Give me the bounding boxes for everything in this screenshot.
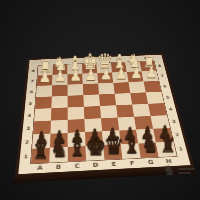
square-f6 (113, 82, 130, 94)
square-d1: ♚ (86, 145, 105, 161)
file-label-text: B (56, 164, 61, 171)
rank-label-text: 6 (29, 90, 33, 94)
rank-label-text: 1 (178, 146, 183, 152)
square-h5 (146, 92, 164, 104)
rank-label-text: 1 (24, 153, 29, 159)
file-label-near-b: B (49, 162, 68, 173)
square-c5 (68, 95, 84, 107)
file-label-text: A (37, 165, 43, 172)
square-f4 (116, 105, 134, 118)
square-h7: ♟ (142, 71, 159, 82)
square-a7: ♟ (37, 75, 53, 86)
watermark-knight-logo: ♞ (163, 163, 195, 178)
piece-white-pawn: ♟ (54, 69, 66, 84)
piece-white-pawn: ♟ (100, 67, 112, 82)
file-label-text: D (93, 162, 99, 169)
board-grid: ABCDEFGH8♜♞♝♚♛♝♞♜87♟♟♟♟♟♟♟♟7665544332♟♟♟… (18, 55, 190, 174)
rank-label-text: 4 (27, 113, 31, 118)
piece-white-pawn: ♟ (69, 68, 81, 83)
file-label-text: C (75, 163, 80, 170)
square-d7: ♟ (82, 73, 98, 84)
knight-logo-icon: ♞ (163, 163, 176, 178)
frame-corner (18, 164, 31, 175)
square-b7: ♟ (52, 74, 67, 85)
chessboard: ABCDEFGH8♜♞♝♚♛♝♞♜87♟♟♟♟♟♟♟♟7665544332♟♟♟… (18, 55, 190, 174)
rank-label-text: 3 (171, 119, 176, 124)
rank-label-text: 6 (163, 84, 167, 88)
file-label-near-g: G (141, 157, 161, 168)
square-a5 (35, 97, 52, 109)
rank-label-right-4: 4 (164, 103, 177, 116)
piece-black-bishop: ♝ (67, 137, 86, 160)
rank-label-text: 2 (25, 139, 29, 144)
file-label-near-e: E (104, 159, 123, 170)
square-d6 (83, 83, 99, 95)
piece-black-king: ♚ (84, 133, 106, 159)
square-b1: ♞ (49, 147, 67, 163)
piece-black-rook: ♜ (159, 135, 176, 155)
rank-label-left-4: 4 (23, 109, 35, 122)
file-label-near-f: F (123, 158, 143, 169)
file-label-text: G (147, 159, 154, 166)
square-d5 (83, 94, 100, 106)
square-c6 (68, 84, 84, 96)
file-label-near-a: A (30, 163, 49, 174)
piece-white-pawn: ♟ (115, 66, 127, 81)
rank-label-text: 5 (28, 101, 32, 105)
rank-label-right-7: 7 (156, 70, 168, 81)
square-b5 (51, 96, 67, 108)
square-g4 (132, 104, 150, 117)
rank-label-left-5: 5 (25, 97, 36, 109)
piece-white-pawn: ♟ (130, 66, 142, 81)
square-f7: ♟ (112, 72, 128, 83)
rank-label-text: 7 (30, 79, 34, 83)
rank-label-text: 5 (165, 95, 170, 99)
piece-black-bishop: ♝ (122, 134, 141, 157)
rank-label-text: 4 (168, 107, 173, 112)
chess-set-photo: ABCDEFGH8♜♞♝♚♛♝♞♜87♟♟♟♟♟♟♟♟7665544332♟♟♟… (0, 0, 200, 200)
square-e5 (99, 94, 116, 106)
square-c1: ♝ (68, 146, 86, 162)
square-a6 (36, 85, 52, 97)
square-d4 (84, 106, 101, 119)
rank-label-right-6: 6 (159, 80, 171, 91)
square-g5 (130, 92, 148, 104)
square-e7: ♟ (97, 73, 113, 84)
piece-white-pawn: ♟ (38, 70, 50, 85)
square-b4 (51, 107, 68, 120)
piece-black-knight: ♞ (141, 134, 159, 156)
rank-label-text: 7 (160, 74, 164, 78)
rank-label-text: 3 (26, 126, 30, 131)
piece-white-pawn: ♟ (84, 68, 96, 83)
file-label-near-c: C (68, 161, 87, 172)
rank-label-text: 8 (31, 69, 35, 73)
square-a1: ♜ (31, 148, 50, 164)
square-e4 (100, 105, 118, 118)
square-a4 (34, 108, 51, 121)
file-label-text: F (130, 160, 136, 167)
square-c4 (68, 107, 85, 120)
watermark-text-lines (178, 168, 195, 174)
square-f5 (115, 93, 132, 105)
square-b6 (52, 85, 68, 97)
rank-label-left-3: 3 (22, 121, 34, 135)
piece-black-rook: ♜ (32, 142, 49, 162)
rank-label-right-5: 5 (161, 91, 174, 103)
square-c7: ♟ (68, 74, 83, 85)
rank-label-text: 8 (158, 64, 162, 68)
square-g7: ♟ (127, 71, 144, 82)
file-label-text: E (111, 161, 116, 168)
piece-black-knight: ♞ (49, 139, 67, 161)
square-h4 (148, 103, 167, 116)
rank-label-left-1: 1 (19, 149, 32, 165)
piece-white-pawn: ♟ (145, 65, 157, 80)
square-e6 (98, 83, 115, 95)
file-label-near-d: D (86, 160, 105, 171)
